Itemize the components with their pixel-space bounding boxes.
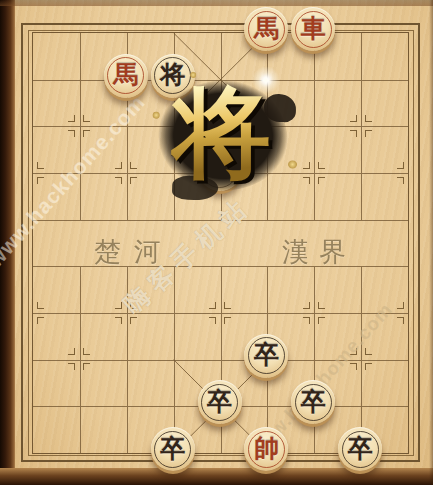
piece-卒-4-10[interactable]: 卒: [151, 427, 195, 471]
point-marker: [396, 161, 420, 185]
point-marker: [114, 301, 138, 325]
point-marker: [67, 347, 91, 371]
piece-卒-6-8[interactable]: 卒: [244, 334, 288, 378]
point-marker: [349, 347, 373, 371]
point-marker: [21, 161, 45, 185]
check-glyph: 将: [171, 82, 271, 182]
point-marker: [302, 161, 326, 185]
river-label-left: 楚河: [94, 234, 174, 270]
gold-fleck: [153, 112, 160, 119]
piece-馬-3-2[interactable]: 馬: [104, 54, 148, 98]
frame-top: [0, 0, 433, 6]
piece-車-7-1[interactable]: 車: [291, 7, 335, 51]
check-animation: 将 将: [156, 78, 290, 194]
frame-right: [429, 0, 433, 485]
piece-卒-8-10[interactable]: 卒: [338, 427, 382, 471]
river-label-right: 漢界: [282, 234, 356, 270]
point-marker: [396, 301, 420, 325]
sparkle-glint-icon: ✦: [252, 66, 280, 94]
frame-left: [0, 0, 15, 485]
xiangqi-board-screenshot: 楚河 漢界 www.hackhome.com www.hackhome.com …: [0, 0, 433, 485]
point-marker: [302, 301, 326, 325]
point-marker: [208, 301, 232, 325]
piece-帥-6-10[interactable]: 帥: [244, 427, 288, 471]
piece-卒-5-9[interactable]: 卒: [198, 380, 242, 424]
point-marker: [349, 114, 373, 138]
frame-bottom: [0, 468, 433, 485]
point-marker: [67, 114, 91, 138]
point-marker: [21, 301, 45, 325]
point-marker: [114, 161, 138, 185]
